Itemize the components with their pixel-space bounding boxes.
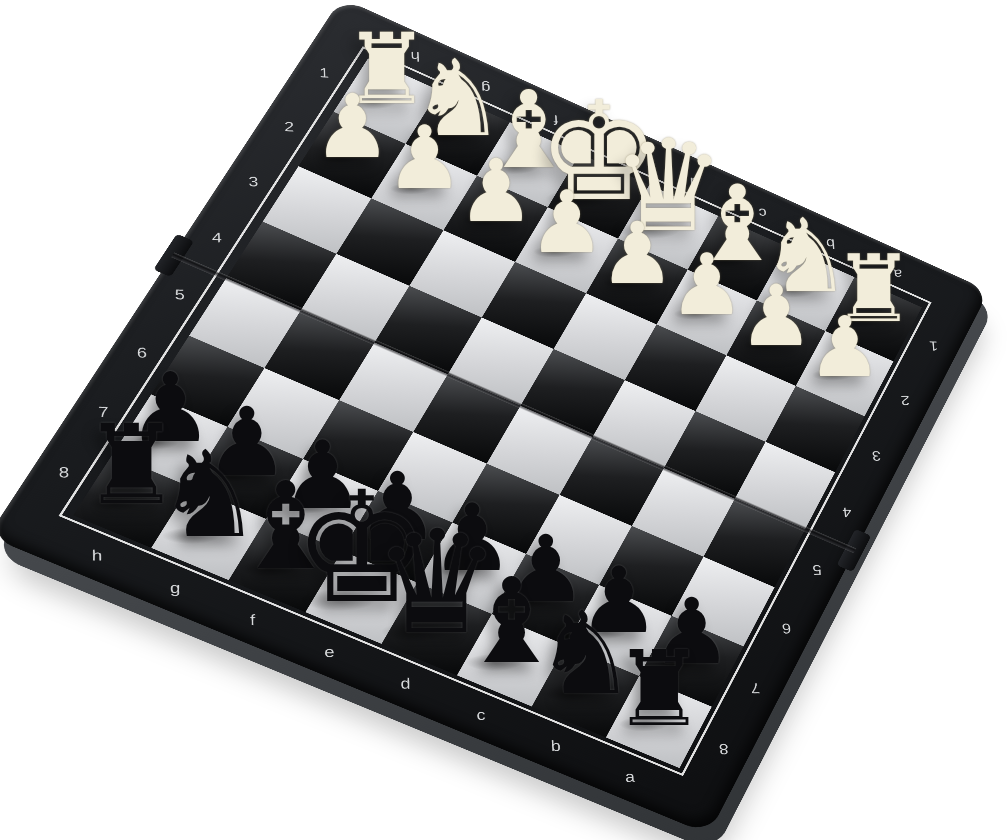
piece-white-pawn-f2[interactable]: ♟: [457, 148, 535, 235]
piece-white-pawn-a2[interactable]: ♟: [807, 305, 882, 389]
coord-file-h-sw: h: [83, 544, 111, 566]
piece-white-pawn-d2[interactable]: ♟: [599, 211, 676, 296]
coord-rank-4-nw: 4: [204, 227, 230, 248]
coord-rank-4-se: 4: [834, 502, 859, 523]
coord-file-b-sw: b: [542, 735, 569, 757]
coord-rank-6-se: 6: [774, 618, 800, 639]
coord-rank-3-se: 3: [864, 446, 889, 466]
coord-file-c-sw: c: [467, 704, 494, 726]
piece-white-pawn-c2[interactable]: ♟: [669, 243, 745, 328]
chess-set-photo: 11hh22gg33ff44ee55dd66cc77bb88aa ♜♞♝♛♚♝♞…: [0, 0, 1008, 840]
coord-rank-1-se: 1: [921, 336, 946, 356]
piece-white-pawn-b2[interactable]: ♟: [739, 274, 814, 358]
piece-white-pawn-e2[interactable]: ♟: [528, 180, 605, 266]
coord-file-g-sw: g: [161, 577, 189, 599]
piece-black-rook-a8[interactable]: ♜: [613, 637, 706, 741]
coord-rank-5-se: 5: [804, 559, 830, 580]
coord-rank-8-se: 8: [711, 738, 737, 760]
coord-rank-2-nw: 2: [276, 116, 302, 137]
coord-rank-3-nw: 3: [240, 171, 266, 192]
coord-file-d-sw: d: [392, 673, 419, 695]
coord-rank-7-se: 7: [742, 678, 768, 699]
coord-rank-2-se: 2: [893, 390, 918, 410]
coord-file-a-sw: a: [617, 766, 644, 788]
coord-rank-8-nw: 8: [50, 461, 78, 483]
piece-white-pawn-h2[interactable]: ♟: [313, 83, 392, 171]
coord-file-e-sw: e: [316, 641, 343, 663]
coord-file-f-sw: f: [239, 609, 266, 631]
piece-white-pawn-g2[interactable]: ♟: [385, 115, 463, 202]
coord-rank-5-nw: 5: [166, 284, 193, 306]
